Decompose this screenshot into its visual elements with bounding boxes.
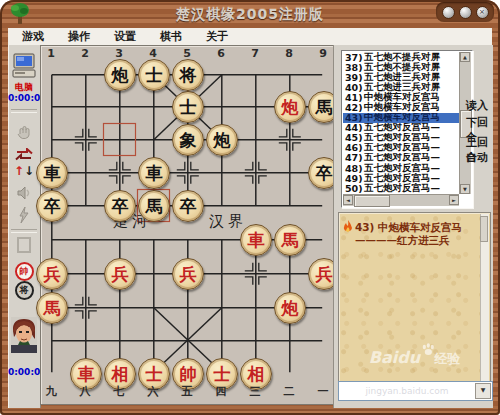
opening-comment: 43) 中炮横车对反宫马————红方进三兵	[355, 221, 477, 247]
move-list-item[interactable]: 50)五七炮对反宫马—	[343, 183, 459, 193]
piece-black-炮[interactable]: 炮	[104, 59, 136, 91]
piece-black-車[interactable]: 車	[36, 157, 68, 189]
col-label-top: 7	[245, 47, 265, 60]
player-clock: 0:00:00	[8, 367, 40, 377]
bottom-combobox[interactable]: jingyan.baidu.com ▼	[338, 381, 493, 401]
piece-black-象[interactable]: 象	[172, 124, 204, 156]
river-label-right: 汉界	[209, 212, 247, 231]
computer-icon	[8, 53, 40, 83]
player-avatar	[8, 317, 40, 357]
menu-item-棋书[interactable]: 棋书	[148, 29, 194, 44]
piece-black-士[interactable]: 士	[172, 91, 204, 123]
piece-red-炮[interactable]: 炮	[274, 91, 306, 123]
piece-black-士[interactable]: 士	[138, 59, 170, 91]
piece-black-卒[interactable]: 卒	[104, 190, 136, 222]
move-list-item-selected[interactable]: 43)中炮横车对反宫马	[343, 113, 459, 123]
col-label-bottom: 七	[109, 384, 129, 399]
col-label-top: 1	[41, 47, 61, 60]
horizontal-scrollbar[interactable]: ◄ ►	[343, 194, 459, 206]
move-list-item[interactable]: 44)五七炮对反宫马—	[343, 123, 459, 133]
col-label-bottom: 一	[313, 384, 333, 399]
board-icon[interactable]	[8, 237, 40, 257]
menu-item-操作[interactable]: 操作	[56, 29, 102, 44]
speaker-icon[interactable]	[8, 185, 40, 204]
piece-black-卒[interactable]: 卒	[36, 190, 68, 222]
move-list-item[interactable]: 47)五七炮对反宫马—	[343, 153, 459, 163]
piece-red-兵[interactable]: 兵	[104, 258, 136, 290]
hscroll-thumb[interactable]	[354, 195, 390, 207]
col-label-bottom: 二	[279, 384, 299, 399]
menu-item-关于[interactable]: 关于	[194, 29, 240, 44]
hand-icon[interactable]	[8, 125, 40, 145]
col-label-bottom: 三	[245, 384, 265, 399]
move-list-item[interactable]: 40)五七炮进三兵对屏	[343, 82, 459, 92]
move-list-item[interactable]: 38)五七炮不提兵对屏	[343, 62, 459, 72]
maximize-button[interactable]	[459, 6, 472, 19]
move-list-item[interactable]: 39)五七炮进三兵对屏	[343, 72, 459, 82]
scroll-down-arrow-icon[interactable]: ▼	[460, 184, 470, 194]
close-button[interactable]: ×	[476, 6, 489, 19]
lightning-icon[interactable]	[8, 207, 40, 227]
combobox-watermark: jingyan.baidu.com	[339, 386, 475, 396]
piece-red-炮[interactable]: 炮	[274, 292, 306, 324]
window-title: 楚汉棋缘2005注册版	[176, 6, 324, 24]
col-label-bottom: 四	[211, 384, 231, 399]
col-label-bottom: 五	[177, 384, 197, 399]
tool-sidebar: 电脑 0:00:00 ↑↓	[8, 45, 41, 408]
scroll-left-arrow-icon[interactable]: ◄	[343, 195, 353, 205]
move-list-item[interactable]: 45)五七炮对反宫马—	[343, 133, 459, 143]
right-panel: 37)五七炮不提兵对屏38)五七炮不提兵对屏39)五七炮进三兵对屏40)五七炮进…	[333, 45, 493, 408]
comment-scrollbar[interactable]	[480, 214, 489, 383]
col-label-bottom: 九	[41, 384, 61, 399]
piece-black-炮[interactable]: 炮	[206, 124, 238, 156]
col-label-top: 8	[279, 47, 299, 60]
move-list-item[interactable]: 41)中炮横车对反宫马	[343, 92, 459, 102]
piece-red-車[interactable]: 車	[240, 224, 272, 256]
minimize-button[interactable]	[442, 6, 455, 19]
app-logo-tree-icon	[8, 2, 32, 31]
sidebar-divider	[11, 229, 37, 233]
col-label-bottom: 六	[143, 384, 163, 399]
app-window: 楚汉棋缘2005注册版 × 游戏操作设置棋书关于 电脑 0:00:00	[0, 0, 500, 415]
menu-item-游戏[interactable]: 游戏	[8, 29, 56, 44]
col-label-top: 2	[75, 47, 95, 60]
comment-panel[interactable]: 43) 中炮横车对反宫马————红方进三兵 Baidu经验	[338, 212, 491, 387]
piece-red-兵[interactable]: 兵	[172, 258, 204, 290]
move-list-item[interactable]: 42)中炮横车对反宫马	[343, 102, 459, 112]
computer-clock: 0:00:00	[8, 93, 40, 103]
title-bar[interactable]: 楚汉棋缘2005注册版 ×	[0, 0, 500, 28]
sidebar-divider	[11, 109, 37, 113]
col-label-bottom: 八	[75, 384, 95, 399]
paw-icon	[421, 341, 435, 360]
piece-black-卒[interactable]: 卒	[172, 190, 204, 222]
piece-red-馬[interactable]: 馬	[274, 224, 306, 256]
piece-red-馬[interactable]: 馬	[36, 292, 68, 324]
button-读入[interactable]: 读入	[466, 98, 494, 113]
piece-red-兵[interactable]: 兵	[36, 258, 68, 290]
col-label-top: 6	[211, 47, 231, 60]
flame-icon	[343, 219, 353, 238]
scroll-right-arrow-icon[interactable]: ►	[449, 195, 459, 205]
move-list-item[interactable]: 46)五七炮对反宫马—	[343, 143, 459, 153]
menu-item-设置[interactable]: 设置	[102, 29, 148, 44]
col-label-top: 9	[313, 47, 333, 60]
xiangqi-board[interactable]: 123456789 楚河 汉界 炮士将士炮馬象炮車車卒卒卒馬卒車馬兵兵兵兵馬炮車…	[40, 45, 335, 405]
button-自动[interactable]: 自动	[466, 150, 494, 165]
baidu-watermark: Baidu经验	[369, 348, 460, 368]
menu-bar: 游戏操作设置棋书关于	[8, 28, 492, 46]
scroll-up-arrow-icon[interactable]: ▲	[460, 52, 470, 62]
move-list-item[interactable]: 37)五七炮不提兵对屏	[343, 52, 459, 62]
combobox-dropdown-icon[interactable]: ▼	[475, 383, 491, 399]
comment-scroll-thumb[interactable]	[480, 216, 488, 242]
move-list-item[interactable]: 48)五七炮对反宫马—	[343, 163, 459, 173]
piece-black-馬[interactable]: 馬	[138, 190, 170, 222]
piece-black-将[interactable]: 将	[172, 59, 204, 91]
opening-move-list[interactable]: 37)五七炮不提兵对屏38)五七炮不提兵对屏39)五七炮进三兵对屏40)五七炮进…	[341, 50, 473, 208]
move-list-item[interactable]: 49)五七炮对反宫马—	[343, 173, 459, 183]
piece-black-車[interactable]: 車	[138, 157, 170, 189]
black-side-icon[interactable]: 将	[8, 278, 40, 300]
window-controls: ×	[436, 2, 494, 22]
